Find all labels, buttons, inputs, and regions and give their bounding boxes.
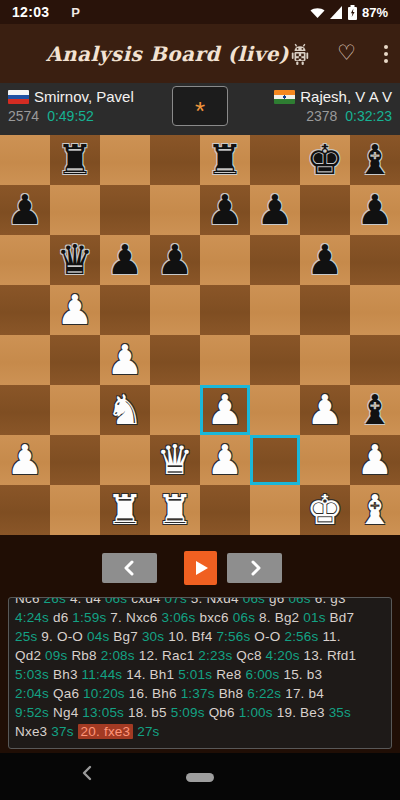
square-b5[interactable]: ♟ [50,285,100,335]
move[interactable]: g6 [269,597,284,606]
square-h5[interactable] [350,285,400,335]
black-player-flag-icon [274,90,295,104]
status-bar: 12:03 P 87% [0,0,400,24]
square-b6[interactable]: ♛ [50,235,100,285]
move[interactable]: Bd7 [330,610,355,625]
move-time: 13:05s [82,705,124,720]
square-e3[interactable]: ♟ [200,385,250,435]
piece-white-rook: ♜ [150,485,200,535]
move[interactable]: Rb8 [71,648,96,663]
move-time: 06s [243,597,265,606]
square-a8[interactable] [0,135,50,185]
piece-black-rook: ♜ [200,135,250,185]
move-line: Nxe3 37s 20. fxe3 27s [15,722,385,741]
move-time: 7:56s [216,629,250,644]
move-line: 4:24s d6 1:59s 7. Nxc6 3:06s bxc6 06s 8.… [15,608,385,627]
move-time: 07s [164,597,186,606]
move-time: 11:44s [82,667,123,682]
square-h6[interactable] [350,235,400,285]
chevron-right-icon [247,560,263,576]
move-time: 2:08s [101,648,135,663]
move[interactable]: Bh8 [219,686,244,701]
white-player-rating: 2574 [8,108,39,124]
white-player-clock: 0:49:52 [47,108,94,124]
square-b1[interactable] [50,485,100,535]
move[interactable]: Ng4 [53,705,78,720]
move-time: 06s [233,610,255,625]
move[interactable]: 6. g3 [315,597,346,606]
square-c7[interactable] [100,185,150,235]
move[interactable]: Qc8 [236,648,261,663]
move[interactable]: 7. Nxc6 [110,610,157,625]
overflow-menu-icon[interactable] [382,43,390,65]
piece-black-pawn: ♟ [200,185,250,235]
move-time: 9:52s [15,705,49,720]
game-result-chip[interactable]: * [172,86,228,126]
square-f8[interactable] [250,135,300,185]
square-h2[interactable]: ♟ [350,435,400,485]
move-time: 06s [105,597,127,606]
piece-white-knight: ♞ [100,385,150,435]
square-e7[interactable]: ♟ [200,185,250,235]
move[interactable]: 19. Be3 [277,705,325,720]
piece-black-pawn: ♟ [0,185,50,235]
wifi-icon [310,6,325,19]
square-a2[interactable]: ♟ [0,435,50,485]
square-h7[interactable]: ♟ [350,185,400,235]
square-d8[interactable] [150,135,200,185]
move-time: 35s [329,705,351,720]
square-g3[interactable]: ♟ [300,385,350,435]
square-e2[interactable]: ♟ [200,435,250,485]
square-f3[interactable] [250,385,300,435]
move[interactable]: 5. Nxd4 [191,597,239,606]
move-time: 10:20s [83,686,125,701]
move-time: 5:01s [178,667,212,682]
piece-white-queen: ♛ [150,435,200,485]
move-time: 6:22s [247,686,281,701]
square-c8[interactable] [100,135,150,185]
piece-black-pawn: ♟ [350,185,400,235]
app-screen: 12:03 P 87% Analysis Board (live) [0,0,400,800]
piece-black-pawn: ♟ [150,235,200,285]
players-panel: Smirnov, Pavel 2574 0:49:52 * Rajesh, V … [0,83,400,135]
move[interactable]: Re8 [216,667,241,682]
move-time: 4:20s [266,648,300,663]
piece-white-pawn: ♟ [0,435,50,485]
move-time: 27s [137,724,159,739]
move[interactable]: 11. [322,629,340,644]
piece-black-bishop: ♝ [350,385,400,435]
square-a4[interactable] [0,335,50,385]
move[interactable]: Qd2 [15,648,41,663]
square-e1[interactable] [200,485,250,535]
piece-white-pawn: ♟ [50,285,100,335]
square-h1[interactable]: ♝ [350,485,400,535]
square-c5[interactable] [100,285,150,335]
clock-time: 12:03 [12,4,49,20]
square-c2[interactable] [100,435,150,485]
chevron-left-icon [122,560,138,576]
home-indicator[interactable] [186,773,214,782]
square-e6[interactable] [200,235,250,285]
move-line: 2:04s Qa6 10:20s 16. Bh6 1:37s Bh8 6:22s… [15,684,385,703]
move-time: 06s [288,597,310,606]
move-time: 2:04s [15,686,49,701]
piece-white-bishop: ♝ [350,485,400,535]
square-h3[interactable]: ♝ [350,385,400,435]
game-result: * [195,106,205,116]
move[interactable]: 14. Bh1 [126,667,174,682]
move[interactable]: Qb6 [209,705,235,720]
move-time: 1:59s [72,610,106,625]
move-time: 3:06s [161,610,195,625]
move[interactable]: 18. b5 [128,705,167,720]
move-line: Nc6 26s 4. d4 06s cxd4 07s 5. Nxd4 06s g… [15,597,385,608]
move-time: 5:09s [171,705,205,720]
move-time: 2:56s [284,629,318,644]
square-d4[interactable] [150,335,200,385]
square-g8[interactable]: ♚ [300,135,350,185]
move-time: 26s [44,597,66,606]
move-line: 5:03s Bh3 11:44s 14. Bh1 5:01s Re8 6:00s… [15,665,385,684]
piece-black-king: ♚ [300,135,350,185]
piece-white-rook: ♜ [100,485,150,535]
square-c4[interactable]: ♟ [100,335,150,385]
square-b8[interactable]: ♜ [50,135,100,185]
piece-white-pawn: ♟ [100,335,150,385]
battery-charging-icon [348,5,357,20]
square-g4[interactable] [300,335,350,385]
back-button[interactable] [78,763,96,787]
favorite-heart-icon[interactable]: ♡ [337,43,356,64]
piece-black-pawn: ♟ [300,235,350,285]
play-icon [196,561,208,575]
piece-black-rook: ♜ [50,135,100,185]
square-f7[interactable]: ♟ [250,185,300,235]
playback-controls [0,535,400,597]
square-d3[interactable] [150,385,200,435]
square-e4[interactable] [200,335,250,385]
square-e8[interactable]: ♜ [200,135,250,185]
square-b4[interactable] [50,335,100,385]
piece-white-king: ♚ [300,485,350,535]
square-a1[interactable] [0,485,50,535]
move[interactable]: 4. d4 [70,597,101,606]
white-player-name: Smirnov, Pavel [34,88,134,105]
square-d1[interactable]: ♜ [150,485,200,535]
move[interactable]: cxd4 [131,597,160,606]
square-c6[interactable]: ♟ [100,235,150,285]
next-move-button[interactable] [227,553,282,583]
piece-white-pawn: ♟ [350,435,400,485]
move[interactable]: Bh3 [53,667,78,682]
square-g7[interactable] [300,185,350,235]
page-title: Analysis Board (live) [46,42,289,66]
square-f4[interactable] [250,335,300,385]
move[interactable]: O-O [254,629,280,644]
square-h8[interactable]: ♝ [350,135,400,185]
move-time: 6:00s [245,667,279,682]
piece-white-pawn: ♟ [300,385,350,435]
previous-move-button[interactable] [102,553,157,583]
black-player-name: Rajesh, V A V [300,88,392,105]
square-a3[interactable] [0,385,50,435]
white-player-flag-icon [8,90,29,104]
move-time: 1:00s [239,705,273,720]
move[interactable]: 13. Rfd1 [304,648,357,663]
square-d2[interactable]: ♛ [150,435,200,485]
square-g2[interactable] [300,435,350,485]
move-line: Qd2 09s Rb8 2:08s 12. Rac1 2:23s Qc8 4:2… [15,646,385,665]
back-chevron-icon [80,765,94,781]
black-player-clock: 0:32:23 [345,108,392,124]
move[interactable]: 8. Bg2 [259,610,299,625]
move-time: 5:03s [15,667,49,682]
move-time: 04s [87,629,109,644]
square-f2[interactable] [250,435,300,485]
system-navigation-bar [0,753,400,800]
square-h4[interactable] [350,335,400,385]
move-list: Nc6 26s 4. d4 06s cxd4 07s 5. Nxd4 06s g… [9,597,391,741]
move-time: 1:37s [181,686,215,701]
move[interactable]: Nc6 [15,597,40,606]
move[interactable]: 12. Rac1 [139,648,195,663]
square-c1[interactable]: ♜ [100,485,150,535]
square-g1[interactable]: ♚ [300,485,350,535]
square-f6[interactable] [250,235,300,285]
square-e5[interactable] [200,285,250,335]
square-g5[interactable] [300,285,350,335]
move[interactable]: d6 [53,610,68,625]
square-c3[interactable]: ♞ [100,385,150,435]
battery-percent: 87% [362,5,388,20]
square-f1[interactable] [250,485,300,535]
square-d6[interactable]: ♟ [150,235,200,285]
square-d5[interactable] [150,285,200,335]
square-d7[interactable] [150,185,200,235]
move[interactable]: bxc6 [199,610,228,625]
black-player: Rajesh, V A V 2378 0:32:23 [274,88,392,124]
move-time: 4:24s [15,610,49,625]
cellular-signal-icon [330,6,343,19]
engine-robot-icon[interactable] [289,42,311,66]
piece-black-pawn: ♟ [250,185,300,235]
app-bar: Analysis Board (live) [0,24,400,83]
current-move[interactable]: 20. fxe3 [78,724,134,739]
move-list-panel[interactable]: Nc6 26s 4. d4 06s cxd4 07s 5. Nxd4 06s g… [8,597,392,749]
move-time: 01s [303,610,325,625]
move-time: 30s [142,629,164,644]
play-button[interactable] [184,551,217,585]
square-b2[interactable] [50,435,100,485]
square-a6[interactable] [0,235,50,285]
square-f5[interactable] [250,285,300,335]
move-time: 09s [45,648,67,663]
move-line: 9:52s Ng4 13:05s 18. b5 5:09s Qb6 1:00s … [15,703,385,722]
square-g6[interactable]: ♟ [300,235,350,285]
piece-white-pawn: ♟ [200,385,250,435]
move[interactable]: 17. b4 [285,686,324,701]
piece-black-queen: ♛ [50,235,100,285]
piece-black-pawn: ♟ [100,235,150,285]
move[interactable]: 10. Bf4 [168,629,212,644]
move-time: 37s [51,724,73,739]
move[interactable]: Qa6 [53,686,79,701]
square-b7[interactable] [50,185,100,235]
move[interactable]: Bg7 [113,629,138,644]
square-b3[interactable] [50,385,100,435]
square-a7[interactable]: ♟ [0,185,50,235]
piece-black-bishop: ♝ [350,135,400,185]
notification-icon: P [71,5,80,20]
move-time: 2:23s [198,648,232,663]
move[interactable]: 15. b3 [283,667,322,682]
move[interactable]: 16. Bh6 [129,686,177,701]
move-line: 25s 9. O-O 04s Bg7 30s 10. Bf4 7:56s O-O… [15,627,385,646]
chess-board[interactable]: ♜♜♚♝♟♟♟♟♛♟♟♟♟♟♞♟♟♝♟♛♟♟♜♜♚♝ [0,135,400,535]
move-time: 25s [15,629,37,644]
black-player-rating: 2378 [306,108,337,124]
move[interactable]: Nxe3 [15,724,47,739]
move[interactable]: 9. O-O [41,629,83,644]
piece-white-pawn: ♟ [200,435,250,485]
square-a5[interactable] [0,285,50,335]
white-player: Smirnov, Pavel 2574 0:49:52 [8,88,134,124]
